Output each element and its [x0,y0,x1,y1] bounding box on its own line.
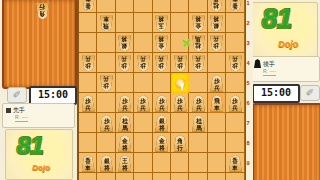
piece-body: 角行 [36,3,49,20]
piece-gote-桂馬[interactable]: 桂馬 [210,0,223,12]
piece-sente-歩兵[interactable]: 歩兵 [210,75,223,92]
rank-coordinates: 123456789 [245,0,253,180]
rank-label-6: 6 [247,100,250,106]
hand-icon[interactable]: ✐ [7,87,27,103]
piece-sente-歩兵[interactable]: 歩兵 [155,95,168,112]
piece-body: 金将 [192,15,205,32]
rank-label-7: 7 [247,120,250,126]
piece-sente-歩兵[interactable]: 歩兵 [82,95,95,112]
logo-81-text: 81 [262,4,292,35]
piece-body: 歩兵 [192,55,205,72]
logo-dojo-text: Dojo [32,163,50,172]
piece-body: 歩兵 [82,95,95,112]
piece-body: 金将 [155,135,168,152]
piece-body: 玉将 [155,15,168,32]
gote-clock: 15:00 [252,84,300,103]
piece-sente-角行[interactable]: 角行 [174,135,187,152]
piece-gote-歩兵[interactable]: 歩兵 [118,55,131,72]
piece-sente-歩兵[interactable]: 歩兵 [174,95,187,112]
piece-body: 飛車 [100,15,113,32]
piece-body: 飛車 [210,95,223,112]
piece-silhouette-icon [254,59,261,68]
piece-body: 香車 [82,155,95,172]
dojo-logo: 81 Dojo [6,130,72,179]
piece-gote-歩兵[interactable]: 歩兵 [174,55,187,72]
hand-icon[interactable]: ✐ [300,85,320,101]
piece-gote-歩兵[interactable]: 歩兵 [100,75,113,92]
piece-body: 歩兵 [155,55,168,72]
piece-body: 桂馬 [192,115,205,132]
piece-body: 香車 [82,0,95,12]
piece-body: 歩兵 [229,95,242,112]
piece-sente-桂馬[interactable]: 桂馬 [192,115,205,132]
piece-body: 桂馬 [192,35,205,52]
gote-avatar[interactable]: 81 Dojo [252,2,318,57]
shogi-board[interactable]: 香車桂馬香車飛車玉将金将銀将銀将金将桂馬歩兵歩兵歩兵歩兵歩兵歩兵歩兵歩兵歩兵歩兵… [77,0,245,180]
logo-dojo-text: Dojo [278,39,298,49]
sparkle-icon [180,36,193,49]
piece-gote-歩兵[interactable]: 歩兵 [155,55,168,72]
piece-sente-銀将[interactable]: 銀将 [100,155,113,172]
piece-gote-香車[interactable]: 香車 [82,0,95,12]
piece-body: 銀将 [210,15,223,32]
player-icon [6,108,11,113]
gote-captured-stand[interactable]: 角行 [2,0,77,89]
piece-sente-歩兵[interactable]: 歩兵 [229,95,242,112]
piece-body: 歩兵 [137,95,150,112]
piece-gote-歩兵[interactable]: 歩兵 [137,55,150,72]
piece-sente-金将[interactable]: 金将 [118,135,131,152]
piece-body: 銀将 [100,155,113,172]
piece-gote-歩兵[interactable]: 歩兵 [229,55,242,72]
piece-body: 銀将 [118,35,131,52]
piece-body: 歩兵 [174,95,187,112]
piece-body: 歩兵 [210,75,223,92]
logo-81-text: 81 [17,132,44,160]
piece-gote-歩兵[interactable]: 歩兵 [82,55,95,72]
piece-gote-歩兵[interactable]: 歩兵 [210,35,223,52]
piece-sente-香車[interactable]: 香車 [82,155,95,172]
rank-label-3: 3 [247,40,250,46]
rank-label-9: 9 [247,160,250,166]
piece-body: 歩兵 [100,75,113,92]
piece-gote-桂馬[interactable]: 桂馬 [192,35,205,52]
piece-sente-香車[interactable]: 香車 [229,155,242,172]
piece-gote-銀将[interactable]: 銀将 [210,15,223,32]
piece-body: 歩兵 [118,55,131,72]
gote-player-info[interactable]: 後手 R: ---- [250,56,320,82]
piece-body: 香車 [229,155,242,172]
piece-body: 歩兵 [229,55,242,72]
rank-label-8: 8 [247,140,250,146]
piece-gote-金将[interactable]: 金将 [192,15,205,32]
piece-sente-王将[interactable]: 王将 [118,155,131,172]
piece-body: 王将 [118,155,131,172]
piece-sente-金将[interactable]: 金将 [155,135,168,152]
sente-player-name: 先手 [6,106,71,114]
piece-body: 歩兵 [118,95,131,112]
sente-captured-stand[interactable] [252,103,320,180]
piece-sente-飛車[interactable]: 飛車 [210,95,223,112]
piece-gote-香車[interactable]: 香車 [229,0,242,12]
shogi-game-window: 角行 ✐ 15:00 先手 R: ---- 81 Dojo 81 Dojo 後手… [0,0,320,180]
piece-gote-飛車[interactable]: 飛車 [100,15,113,32]
gote-player-name: 後手 [254,59,316,68]
piece-sente-歩兵[interactable]: 歩兵 [137,95,150,112]
piece-gote-歩兵[interactable]: 歩兵 [192,55,205,72]
rank-label-5: 5 [247,80,250,86]
sente-player-info[interactable]: 先手 R: ---- [2,103,75,128]
sente-avatar[interactable]: 81 Dojo [5,129,73,180]
piece-gote-角行[interactable]: 角行 [36,3,49,20]
rank-label-4: 4 [247,60,250,66]
piece-body: 金将 [155,35,168,52]
rank-label-1: 1 [247,0,250,6]
piece-sente-銀将[interactable]: 銀将 [155,115,168,132]
piece-gote-玉将[interactable]: 玉将 [155,15,168,32]
piece-sente-桂馬[interactable]: 桂馬 [118,115,131,132]
piece-gote-金将[interactable]: 金将 [155,35,168,52]
piece-body: 歩兵 [137,55,150,72]
dojo-logo: 81 Dojo [253,3,317,56]
piece-body: 香車 [229,0,242,12]
piece-body: 銀将 [155,115,168,132]
piece-sente-歩兵[interactable]: 歩兵 [100,115,113,132]
piece-body: 桂馬 [118,115,131,132]
gote-player-rating[interactable]: R: ---- [263,68,276,76]
piece-body: 歩兵 [174,55,187,72]
piece-body: 歩兵 [192,95,205,112]
piece-body: 歩兵 [155,95,168,112]
piece-sente-歩兵[interactable]: 歩兵 [192,95,205,112]
piece-body: 歩兵 [210,35,223,52]
rank-label-2: 2 [247,20,250,26]
piece-body: 桂馬 [210,0,223,12]
piece-gote-銀将[interactable]: 銀将 [118,35,131,52]
piece-sente-歩兵[interactable]: 歩兵 [118,95,131,112]
piece-body: 歩兵 [100,115,113,132]
piece-body: 歩兵 [82,55,95,72]
piece-body: 角行 [174,135,187,152]
sente-player-rating[interactable]: R: ---- [15,114,28,122]
piece-body: 金将 [118,135,131,152]
